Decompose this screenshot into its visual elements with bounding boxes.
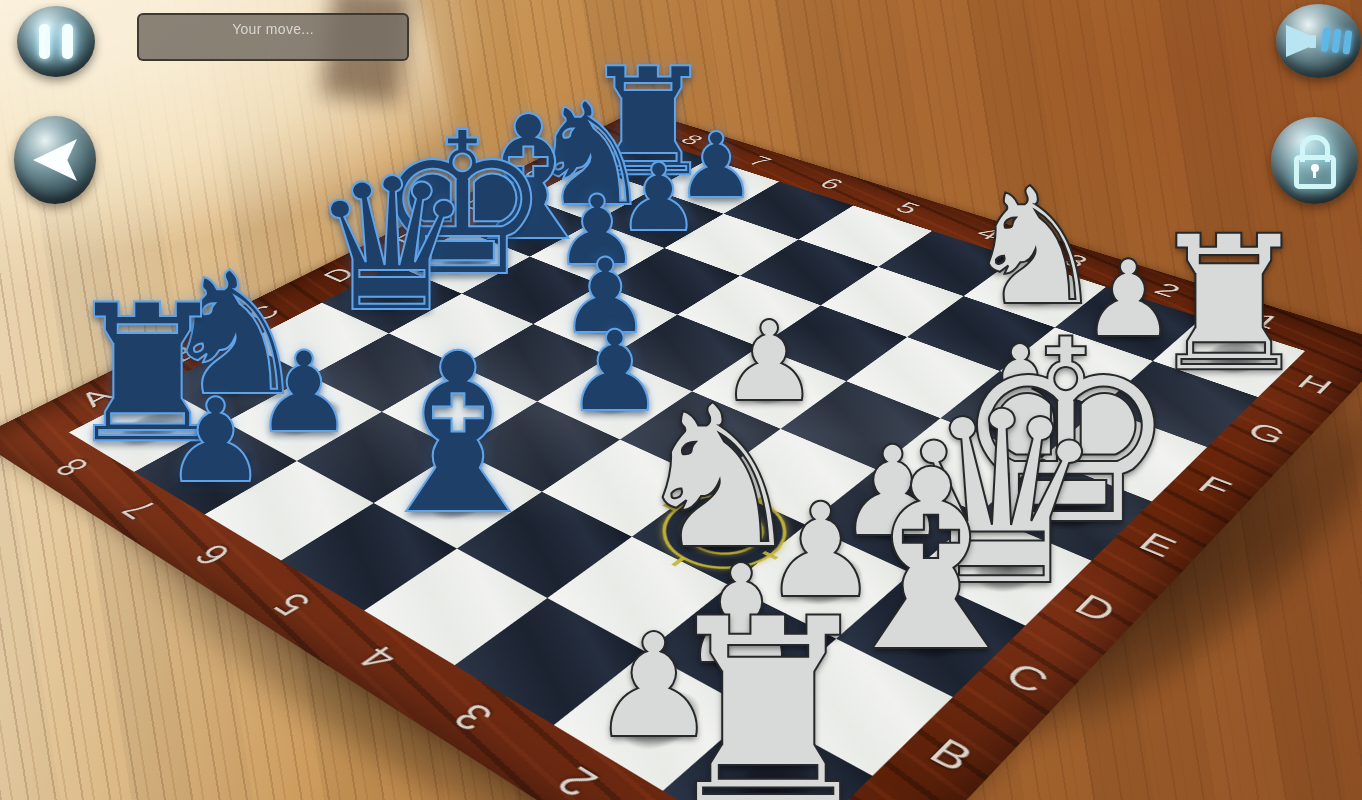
pause-button[interactable] xyxy=(17,6,95,77)
status-message: Your move... xyxy=(232,21,314,37)
piece-white-rook-a1[interactable]: ♜ xyxy=(653,585,882,800)
board-coordinate-label: 3 xyxy=(443,695,505,739)
board-coordinate-label: 5 xyxy=(889,199,926,218)
back-arrow-icon xyxy=(33,139,77,181)
lock-icon xyxy=(1294,135,1336,187)
piece-blue-pawn-a7[interactable]: ♟ xyxy=(164,383,268,499)
board-coordinate-label: 6 xyxy=(184,538,241,572)
back-button[interactable] xyxy=(14,116,96,204)
board-coordinate-label: F xyxy=(1190,470,1238,503)
sound-button[interactable] xyxy=(1276,4,1361,78)
board-coordinate-label: 7 xyxy=(112,493,167,525)
board-coordinate-label: G xyxy=(1240,417,1293,450)
board-coordinate-label: 4 xyxy=(349,638,409,678)
board-coordinate-label: 6 xyxy=(813,175,850,193)
board-coordinate-label: 5 xyxy=(263,586,321,623)
piece-blue-pawn-b7[interactable]: ♟ xyxy=(254,337,354,449)
pause-icon xyxy=(39,24,73,59)
lock-button[interactable] xyxy=(1271,117,1358,204)
piece-blue-bishop-b5[interactable]: ♝ xyxy=(359,325,557,546)
board-coordinate-label: B xyxy=(919,730,983,780)
status-message-box: Your move... xyxy=(137,13,409,61)
speaker-volume-icon xyxy=(1286,25,1351,57)
